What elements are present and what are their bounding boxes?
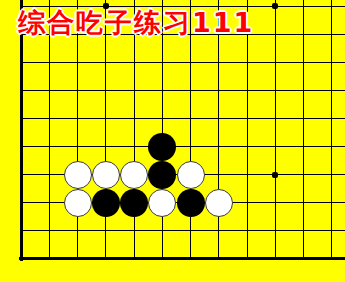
black-stone (92, 189, 120, 217)
white-stone (64, 189, 92, 217)
white-stone (64, 161, 92, 189)
black-stone (148, 133, 176, 161)
white-stone (92, 161, 120, 189)
problem-title: 综合吃子练习111 (18, 9, 254, 36)
white-stone (120, 161, 148, 189)
white-stone (205, 189, 233, 217)
black-stone (120, 189, 148, 217)
go-board-grid[interactable] (7, 0, 345, 273)
go-board: 综合吃子练习111 (0, 0, 345, 282)
black-stone (148, 161, 176, 189)
white-stone (177, 161, 205, 189)
white-stone (148, 189, 176, 217)
black-stone (177, 189, 205, 217)
